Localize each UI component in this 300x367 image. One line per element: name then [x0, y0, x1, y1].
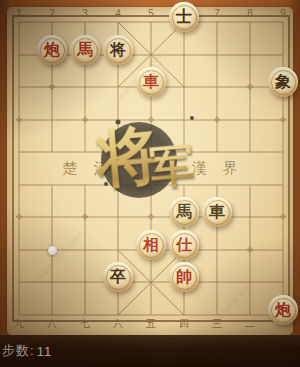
piece-red-general[interactable]: 帥 [169, 262, 199, 292]
file-number-top: 1 [12, 8, 26, 19]
point-marker: ❖ [246, 83, 254, 92]
river-label: 漢 [192, 159, 207, 178]
piece-black-horse[interactable]: 馬 [169, 197, 199, 227]
file-number-bottom: 八 [45, 317, 59, 331]
point-marker: ❖ [213, 116, 221, 125]
piece-glyph: 将 [103, 35, 133, 65]
steps-value: 11 [37, 344, 53, 359]
point-marker: ❖ [147, 116, 155, 125]
piece-glyph: 馬 [70, 35, 100, 65]
piece-red-cannon[interactable]: 炮 [268, 295, 298, 325]
game-screen: 123456789 九八七六五四三二一 楚河漢界 ❖❖❖❖❖❖❖❖❖❖❖❖❖ h… [0, 0, 300, 367]
point-marker: ❖ [147, 213, 155, 222]
river-label: 界 [223, 159, 238, 178]
piece-black-pawn[interactable]: 卒 [103, 262, 133, 292]
piece-glyph: 象 [268, 67, 298, 97]
file-number-bottom: 九 [12, 317, 26, 331]
piece-glyph: 帥 [169, 262, 199, 292]
piece-black-advisor[interactable]: 士 [169, 2, 199, 32]
piece-black-chariot[interactable]: 車 [202, 197, 232, 227]
piece-glyph: 車 [136, 67, 166, 97]
piece-glyph: 車 [202, 197, 232, 227]
file-number-bottom: 五 [144, 317, 158, 331]
piece-red-elephant[interactable]: 相 [136, 230, 166, 260]
piece-glyph: 仕 [169, 230, 199, 260]
river-label: 河 [94, 159, 109, 178]
status-bar: 步数: 11 [0, 335, 300, 367]
file-number-bottom: 四 [177, 317, 191, 331]
file-number-top: 2 [45, 8, 59, 19]
piece-black-elephant[interactable]: 象 [268, 67, 298, 97]
piece-red-cannon[interactable]: 炮 [37, 35, 67, 65]
piece-glyph: 相 [136, 230, 166, 260]
point-marker: ❖ [81, 213, 89, 222]
river-label: 楚 [63, 159, 78, 178]
file-number-top: 7 [210, 8, 224, 19]
piece-glyph: 炮 [268, 295, 298, 325]
point-marker: ❖ [15, 213, 23, 222]
file-number-bottom: 二 [243, 317, 257, 331]
point-marker: ❖ [279, 116, 287, 125]
file-number-top: 8 [243, 8, 257, 19]
piece-red-advisor[interactable]: 仕 [169, 230, 199, 260]
piece-glyph: 士 [169, 2, 199, 32]
point-marker: ❖ [279, 213, 287, 222]
piece-red-horse[interactable]: 馬 [70, 35, 100, 65]
piece-glyph: 馬 [169, 197, 199, 227]
file-number-top: 5 [144, 8, 158, 19]
file-number-bottom: 三 [210, 317, 224, 331]
point-marker: ❖ [246, 246, 254, 255]
point-marker: ❖ [81, 116, 89, 125]
steps-label: 步数: [2, 342, 35, 360]
piece-red-chariot[interactable]: 車 [136, 67, 166, 97]
file-number-bottom: 七 [78, 317, 92, 331]
piece-black-general[interactable]: 将 [103, 35, 133, 65]
file-number-top: 4 [111, 8, 125, 19]
point-marker: ❖ [48, 83, 56, 92]
point-marker: ❖ [15, 116, 23, 125]
piece-glyph: 炮 [37, 35, 67, 65]
piece-glyph: 卒 [103, 262, 133, 292]
file-number-top: 3 [78, 8, 92, 19]
file-number-bottom: 六 [111, 317, 125, 331]
move-origin-dot [48, 246, 57, 255]
file-number-top: 9 [276, 8, 290, 19]
